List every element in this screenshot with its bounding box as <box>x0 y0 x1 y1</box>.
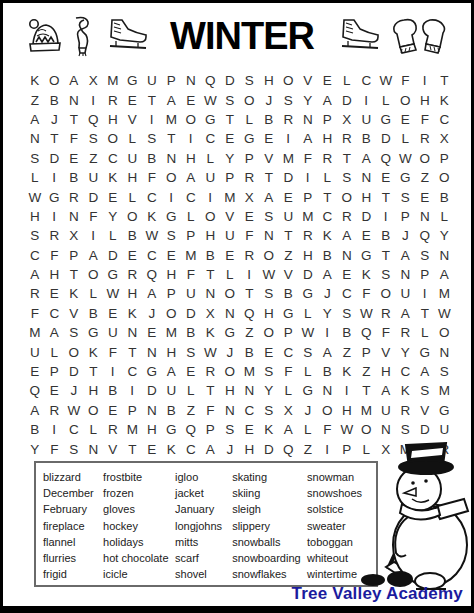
grid-cell: F <box>376 323 396 342</box>
grid-cell: F <box>142 168 162 187</box>
grid-cell: T <box>376 187 396 206</box>
grid-cell: I <box>279 129 299 148</box>
word-item: scarf <box>175 550 232 566</box>
grid-cell: A <box>318 265 338 284</box>
grid-cell: V <box>220 207 240 226</box>
grid-cell: P <box>396 207 416 226</box>
grid-cell: T <box>142 90 162 109</box>
grid-cell: L <box>435 207 455 226</box>
grid-cell: C <box>279 342 299 361</box>
grid-cell: E <box>240 207 260 226</box>
grid-cell: B <box>123 226 143 245</box>
grid-cell: N <box>259 226 279 245</box>
grid-cell: I <box>142 110 162 129</box>
mittens-icon <box>390 16 448 56</box>
grid-cell: Z <box>25 90 45 109</box>
grid-cell: H <box>45 265 65 284</box>
grid-cell: T <box>201 381 221 400</box>
grid-cell: P <box>337 439 357 458</box>
scarf-icon <box>70 15 94 57</box>
grid-cell: N <box>396 265 416 284</box>
grid-cell: T <box>337 149 357 168</box>
grid-cell: L <box>318 168 338 187</box>
grid-cell: S <box>259 284 279 303</box>
word-item: snowballs <box>232 534 307 550</box>
grid-cell: O <box>435 168 455 187</box>
grid-cell: T <box>435 71 455 90</box>
grid-cell: M <box>25 323 45 342</box>
word-item: January <box>175 501 232 517</box>
grid-cell: E <box>103 187 123 206</box>
grid-cell: G <box>103 265 123 284</box>
grid-cell: N <box>64 207 84 226</box>
grid-cell: F <box>103 342 123 361</box>
grid-cell: G <box>279 304 299 323</box>
grid-cell: R <box>201 362 221 381</box>
grid-cell: H <box>415 90 435 109</box>
grid-cell: D <box>220 71 240 90</box>
grid-cell: B <box>142 149 162 168</box>
grid-cell: T <box>415 304 435 323</box>
grid-cell: W <box>201 342 221 361</box>
grid-cell: E <box>181 362 201 381</box>
word-item: sleigh <box>232 501 307 517</box>
grid-cell: D <box>337 90 357 109</box>
grid-cell: H <box>337 401 357 420</box>
grid-cell: T <box>64 265 84 284</box>
grid-cell: Y <box>298 90 318 109</box>
grid-cell: E <box>45 381 65 400</box>
grid-cell: Y <box>220 149 240 168</box>
grid-cell: S <box>279 90 299 109</box>
grid-cell: U <box>220 226 240 245</box>
grid-cell: T <box>123 342 143 361</box>
grid-cell: R <box>279 110 299 129</box>
grid-cell: K <box>123 304 143 323</box>
grid-cell: D <box>259 439 279 458</box>
grid-cell: K <box>84 342 104 361</box>
grid-cell: O <box>240 90 260 109</box>
grid-cell: E <box>259 129 279 148</box>
grid-cell: H <box>103 110 123 129</box>
grid-cell: L <box>220 265 240 284</box>
grid-cell: S <box>337 168 357 187</box>
grid-cell: B <box>318 362 338 381</box>
grid-cell: M <box>298 207 318 226</box>
grid-cell: S <box>25 226 45 245</box>
grid-cell: Q <box>240 304 260 323</box>
grid-cell: P <box>240 149 260 168</box>
grid-cell: I <box>357 90 377 109</box>
grid-cell: O <box>220 284 240 303</box>
grid-cell: W <box>435 304 455 323</box>
grid-cell: S <box>376 265 396 284</box>
grid-cell: L <box>298 420 318 439</box>
grid-cell: K <box>259 420 279 439</box>
grid-cell: K <box>357 265 377 284</box>
grid-cell: C <box>64 420 84 439</box>
grid-cell: Q <box>376 149 396 168</box>
grid-cell: K <box>396 381 416 400</box>
grid-cell: Z <box>240 323 260 342</box>
grid-cell: M <box>435 381 455 400</box>
grid-cell: N <box>201 284 221 303</box>
word-list: blizzardDecemberFebruaryfireplaceflannel… <box>34 461 378 587</box>
grid-cell: P <box>162 284 182 303</box>
grid-cell: U <box>435 420 455 439</box>
grid-cell: N <box>142 342 162 361</box>
grid-cell: P <box>162 71 182 90</box>
grid-cell: N <box>376 420 396 439</box>
word-item: flurries <box>43 550 103 566</box>
grid-cell: R <box>123 265 143 284</box>
grid-cell: W <box>357 304 377 323</box>
grid-cell: A <box>25 401 45 420</box>
grid-cell: J <box>142 304 162 323</box>
grid-cell: D <box>64 362 84 381</box>
grid-cell: G <box>298 284 318 303</box>
grid-cell: D <box>142 381 162 400</box>
grid-cell: E <box>357 226 377 245</box>
grid-cell: E <box>220 246 240 265</box>
grid-cell: N <box>142 401 162 420</box>
grid-cell: L <box>396 129 416 148</box>
grid-cell: S <box>25 149 45 168</box>
grid-cell: O <box>181 110 201 129</box>
grid-cell: Q <box>201 71 221 90</box>
grid-cell: H <box>162 342 182 361</box>
grid-cell: P <box>181 226 201 245</box>
grid-cell: W <box>337 420 357 439</box>
grid-cell: L <box>201 149 221 168</box>
grid-cell: N <box>25 129 45 148</box>
grid-cell: H <box>123 284 143 303</box>
grid-cell: L <box>181 207 201 226</box>
word-item: skiing <box>232 485 307 501</box>
grid-cell: O <box>45 71 65 90</box>
grid-cell: V <box>415 401 435 420</box>
grid-cell: H <box>181 149 201 168</box>
grid-cell: O <box>220 362 240 381</box>
grid-cell: F <box>45 439 65 458</box>
grid-cell: W <box>259 265 279 284</box>
grid-cell: A <box>181 168 201 187</box>
grid-cell: P <box>298 187 318 206</box>
grid-cell: D <box>84 187 104 206</box>
grid-cell: F <box>415 110 435 129</box>
grid-cell: V <box>298 71 318 90</box>
grid-cell: W <box>376 71 396 90</box>
word-item: shovel <box>175 566 232 582</box>
grid-cell: K <box>337 362 357 381</box>
grid-cell: G <box>376 110 396 129</box>
word-item: December <box>43 485 103 501</box>
grid-cell: G <box>298 381 318 400</box>
word-item: snowflakes <box>232 566 307 582</box>
grid-cell: A <box>415 362 435 381</box>
grid-cell: C <box>318 207 338 226</box>
grid-cell: R <box>376 304 396 323</box>
grid-cell: P <box>279 323 299 342</box>
grid-cell: I <box>45 207 65 226</box>
grid-cell: C <box>435 110 455 129</box>
grid-cell: O <box>84 401 104 420</box>
grid-cell: R <box>298 226 318 245</box>
grid-cell: P <box>435 149 455 168</box>
word-item: fireplace <box>43 518 103 534</box>
grid-cell: T <box>376 246 396 265</box>
grid-cell: A <box>64 71 84 90</box>
word-list-column: igloojacketJanuarylongjohnsmittsscarfsho… <box>175 469 232 585</box>
grid-cell: U <box>357 110 377 129</box>
grid-cell: F <box>298 149 318 168</box>
grid-cell: B <box>318 246 338 265</box>
grid-cell: L <box>279 381 299 400</box>
grid-cell: V <box>259 149 279 168</box>
grid-cell: J <box>396 226 416 245</box>
grid-cell: A <box>45 323 65 342</box>
grid-cell: I <box>376 207 396 226</box>
grid-cell: E <box>415 187 435 206</box>
grid-cell: B <box>337 323 357 342</box>
grid-cell: D <box>376 129 396 148</box>
grid-cell: O <box>123 207 143 226</box>
grid-cell: I <box>181 129 201 148</box>
word-item: jacket <box>175 485 232 501</box>
grid-cell: B <box>45 90 65 109</box>
grid-cell: Y <box>435 226 455 245</box>
grid-cell: Z <box>415 168 435 187</box>
grid-cell: K <box>318 226 338 245</box>
grid-cell: E <box>318 71 338 90</box>
grid-cell: T <box>220 110 240 129</box>
grid-cell: K <box>201 323 221 342</box>
grid-cell: E <box>279 187 299 206</box>
grid-cell: S <box>396 420 416 439</box>
grid-cell: E <box>337 265 357 284</box>
grid-cell: A <box>84 246 104 265</box>
grid-cell: I <box>318 439 338 458</box>
credit-text: Tree Valley Academy <box>292 584 463 604</box>
grid-cell: W <box>103 284 123 303</box>
grid-cell: R <box>415 129 435 148</box>
grid-cell: X <box>435 129 455 148</box>
grid-cell: Z <box>298 439 318 458</box>
grid-cell: N <box>337 246 357 265</box>
word-item: snowboarding <box>232 550 307 566</box>
grid-cell: B <box>84 304 104 323</box>
grid-cell: J <box>64 381 84 400</box>
grid-cell: U <box>103 323 123 342</box>
grid-cell: R <box>45 401 65 420</box>
grid-cell: N <box>415 207 435 226</box>
grid-cell: T <box>357 381 377 400</box>
grid-cell: A <box>279 420 299 439</box>
grid-cell: T <box>162 129 182 148</box>
grid-cell: A <box>162 90 182 109</box>
grid-cell: O <box>84 265 104 284</box>
grid-cell: R <box>318 149 338 168</box>
grid-cell: U <box>279 207 299 226</box>
grid-cell: B <box>357 129 377 148</box>
grid-cell: K <box>103 168 123 187</box>
grid-cell: R <box>103 90 123 109</box>
grid-cell: H <box>220 381 240 400</box>
grid-cell: P <box>123 401 143 420</box>
grid-cell: T <box>45 129 65 148</box>
grid-cell: A <box>25 110 45 129</box>
grid-cell: S <box>142 129 162 148</box>
grid-cell: O <box>201 207 221 226</box>
word-item: hot chocolate <box>103 550 175 566</box>
grid-cell: W <box>25 187 45 206</box>
grid-cell: R <box>396 323 416 342</box>
word-list-column: blizzardDecemberFebruaryfireplaceflannel… <box>43 469 103 585</box>
word-item: frozen <box>103 485 175 501</box>
grid-cell: L <box>181 381 201 400</box>
grid-cell: F <box>201 401 221 420</box>
grid-cell: F <box>240 226 260 245</box>
grid-cell: O <box>396 90 416 109</box>
word-list-column: frostbitefrozengloveshockeyholidayshot c… <box>103 469 175 585</box>
grid-cell: N <box>181 71 201 90</box>
grid-cell: M <box>240 362 260 381</box>
grid-cell: S <box>259 207 279 226</box>
grid-cell: R <box>45 226 65 245</box>
grid-cell: A <box>318 90 338 109</box>
grid-cell: T <box>259 168 279 187</box>
grid-cell: J <box>220 439 240 458</box>
grid-cell: Y <box>396 342 416 361</box>
grid-cell: A <box>396 304 416 323</box>
grid-cell: F <box>45 246 65 265</box>
grid-cell: U <box>84 168 104 187</box>
grid-cell: X <box>337 110 357 129</box>
grid-cell: S <box>298 342 318 361</box>
grid-cell: P <box>318 110 338 129</box>
grid-cell: B <box>259 110 279 129</box>
grid-cell: N <box>318 381 338 400</box>
grid-cell: M <box>220 187 240 206</box>
word-item: flannel <box>43 534 103 550</box>
grid-cell: S <box>259 362 279 381</box>
grid-cell: M <box>181 246 201 265</box>
grid-cell: H <box>318 129 338 148</box>
grid-cell: C <box>240 401 260 420</box>
grid-cell: S <box>162 226 182 245</box>
grid-cell: A <box>25 265 45 284</box>
grid-cell: B <box>64 168 84 187</box>
grid-cell: L <box>337 71 357 90</box>
grid-cell: N <box>298 110 318 129</box>
grid-cell: C <box>337 284 357 303</box>
grid-cell: W <box>64 401 84 420</box>
ice-skate-icon <box>334 17 382 55</box>
grid-cell: B <box>103 381 123 400</box>
grid-cell: R <box>64 187 84 206</box>
grid-cell: S <box>220 90 240 109</box>
grid-cell: O <box>64 342 84 361</box>
grid-cell: A <box>318 342 338 361</box>
grid-cell: I <box>103 362 123 381</box>
grid-cell: L <box>84 284 104 303</box>
grid-cell: C <box>181 187 201 206</box>
grid-cell: E <box>45 284 65 303</box>
grid-cell: B <box>162 401 182 420</box>
grid-cell: I <box>240 265 260 284</box>
grid-cell: S <box>84 129 104 148</box>
grid-cell: L <box>415 323 435 342</box>
grid-cell: S <box>181 342 201 361</box>
word-item: frigid <box>43 566 103 582</box>
grid-cell: C <box>123 362 143 381</box>
grid-cell: O <box>259 246 279 265</box>
grid-cell: G <box>240 129 260 148</box>
grid-cell: S <box>415 381 435 400</box>
grid-cell: S <box>64 323 84 342</box>
grid-cell: E <box>259 342 279 361</box>
grid-cell: E <box>123 90 143 109</box>
grid-cell: B <box>201 246 221 265</box>
grid-cell: Z <box>337 342 357 361</box>
grid-cell: Y <box>25 439 45 458</box>
grid-cell: O <box>376 284 396 303</box>
grid-cell: H <box>123 168 143 187</box>
grid-cell: P <box>64 246 84 265</box>
grid-cell: L <box>123 187 143 206</box>
grid-cell: L <box>298 362 318 381</box>
word-item: slippery <box>232 518 307 534</box>
grid-cell: K <box>162 439 182 458</box>
grid-cell: F <box>25 304 45 323</box>
grid-cell: L <box>240 110 260 129</box>
grid-cell: H <box>298 246 318 265</box>
grid-cell: N <box>220 401 240 420</box>
grid-cell: C <box>201 129 221 148</box>
grid-cell: B <box>240 342 260 361</box>
grid-cell: I <box>201 187 221 206</box>
grid-cell: O <box>357 420 377 439</box>
grid-cell: S <box>435 362 455 381</box>
grid-cell: I <box>123 381 143 400</box>
grid-cell: Z <box>181 401 201 420</box>
grid-cell: N <box>123 323 143 342</box>
grid-cell: B <box>279 284 299 303</box>
grid-cell: S <box>240 71 260 90</box>
grid-cell: E <box>142 323 162 342</box>
grid-cell: L <box>123 129 143 148</box>
word-item: frostbite <box>103 469 175 485</box>
grid-cell: F <box>357 284 377 303</box>
grid-cell: E <box>162 246 182 265</box>
grid-cell: C <box>45 304 65 323</box>
grid-cell: M <box>162 323 182 342</box>
grid-cell: G <box>396 168 416 187</box>
header-icons-left <box>26 15 150 57</box>
grid-cell: S <box>415 246 435 265</box>
grid-cell: D <box>415 420 435 439</box>
grid-cell: L <box>103 226 123 245</box>
grid-cell: C <box>181 439 201 458</box>
grid-cell: D <box>279 168 299 187</box>
word-item: igloo <box>175 469 232 485</box>
grid-cell: R <box>337 207 357 226</box>
grid-cell: I <box>84 90 104 109</box>
grid-cell: Q <box>279 439 299 458</box>
grid-cell: H <box>142 420 162 439</box>
winter-hat-icon <box>26 16 62 56</box>
grid-cell: W <box>142 226 162 245</box>
